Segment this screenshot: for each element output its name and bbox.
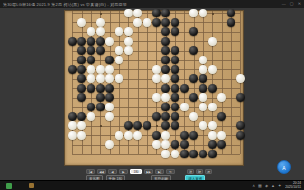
spacer xyxy=(177,171,185,172)
stone-black xyxy=(96,84,105,93)
stone-white xyxy=(124,131,133,140)
stone-black xyxy=(199,74,208,83)
stone-white xyxy=(96,74,105,83)
stone-white xyxy=(115,74,124,83)
stone-white xyxy=(143,18,152,27)
nav-button-r1[interactable]: ▶| xyxy=(155,169,164,174)
star-point xyxy=(156,125,158,127)
tray-icon-2[interactable]: ◈ xyxy=(265,181,268,190)
stone-white xyxy=(115,46,124,55)
stone-white xyxy=(161,150,170,159)
stone-black xyxy=(161,56,170,65)
stone-black xyxy=(171,112,180,121)
stone-white xyxy=(77,131,86,140)
stone-black xyxy=(171,140,180,149)
stone-white xyxy=(217,131,226,140)
stone-black xyxy=(189,27,198,36)
stone-black xyxy=(77,65,86,74)
stone-black xyxy=(171,93,180,102)
stone-black xyxy=(87,46,96,55)
stone-black xyxy=(87,103,96,112)
tray-icon-3[interactable]: ▲ xyxy=(271,181,275,190)
nav-button-r2[interactable]: ↻ xyxy=(166,169,175,174)
stone-black xyxy=(227,18,236,27)
stone-black xyxy=(171,18,180,27)
stone-black xyxy=(161,121,170,130)
stone-white xyxy=(96,18,105,27)
stone-white xyxy=(180,103,189,112)
stone-white xyxy=(133,18,142,27)
stone-white xyxy=(96,65,105,74)
stone-black xyxy=(189,131,198,140)
stone-white xyxy=(124,46,133,55)
stone-white xyxy=(77,18,86,27)
stone-black xyxy=(171,65,180,74)
stone-black xyxy=(227,9,236,18)
stone-white xyxy=(87,112,96,121)
stone-white xyxy=(87,74,96,83)
stone-black xyxy=(161,9,170,18)
system-tray: ∧▦◈▲✦ xyxy=(252,181,281,190)
stone-white xyxy=(87,65,96,74)
tray-icon-4[interactable]: ✦ xyxy=(278,181,281,190)
maximize-button[interactable]: ▢ xyxy=(290,0,294,8)
stone-black xyxy=(68,65,77,74)
stone-white xyxy=(105,37,114,46)
stone-white xyxy=(68,121,77,130)
tray-icon-1[interactable]: ▦ xyxy=(258,181,262,190)
stone-black xyxy=(161,103,170,112)
stone-white xyxy=(105,74,114,83)
stone-black xyxy=(96,46,105,55)
video-area: |◀◀◀◀▶180▶▶▶|↻谱研设 变化图手数 180形势判断进入直播 A xyxy=(0,8,304,180)
stone-white xyxy=(105,65,114,74)
stone-white xyxy=(96,27,105,36)
stone-black xyxy=(161,84,170,93)
nav-button-1[interactable]: ◀◀ xyxy=(97,169,106,174)
stone-black xyxy=(77,74,86,83)
stone-black xyxy=(236,93,245,102)
stone-white xyxy=(208,121,217,130)
stone-black xyxy=(189,93,198,102)
stone-black xyxy=(124,121,133,130)
stone-black xyxy=(143,121,152,130)
stone-black xyxy=(161,65,170,74)
stone-black xyxy=(171,121,180,130)
stone-black xyxy=(189,46,198,55)
stone-black xyxy=(189,74,198,83)
side-button-1[interactable]: 研 xyxy=(196,169,203,174)
stone-black xyxy=(96,37,105,46)
stone-black xyxy=(77,46,86,55)
stone-black xyxy=(199,84,208,93)
stone-black xyxy=(77,37,86,46)
tray-icon-0[interactable]: ∧ xyxy=(252,181,255,190)
stone-white xyxy=(161,131,170,140)
stone-black xyxy=(152,9,161,18)
stone-black xyxy=(171,46,180,55)
stone-white xyxy=(199,103,208,112)
nav-button-2[interactable]: ◀ xyxy=(108,169,117,174)
stone-black xyxy=(208,150,217,159)
titlebar: 第30届LG杯16强 2021.9 第2局 柯洁(黑) vs 申真谞(白) - … xyxy=(0,0,304,8)
stone-black xyxy=(161,112,170,121)
stone-white xyxy=(124,9,133,18)
stone-white xyxy=(208,65,217,74)
stone-white xyxy=(105,103,114,112)
stone-white xyxy=(68,131,77,140)
board-line-h xyxy=(72,60,240,61)
stone-black xyxy=(152,18,161,27)
nav-button-3[interactable]: ▶ xyxy=(119,169,128,174)
stone-white xyxy=(208,37,217,46)
stone-white xyxy=(133,131,142,140)
move-counter: 180 xyxy=(130,169,142,174)
stone-white xyxy=(208,131,217,140)
stone-black xyxy=(171,74,180,83)
stone-black xyxy=(87,84,96,93)
stone-black xyxy=(161,37,170,46)
start-button[interactable] xyxy=(6,183,12,189)
stone-white xyxy=(115,131,124,140)
stone-white xyxy=(152,65,161,74)
stone-white xyxy=(236,74,245,83)
stone-black xyxy=(171,27,180,36)
playback-controls: |◀◀◀◀▶180▶▶▶|↻谱研设 xyxy=(86,169,212,174)
stone-white xyxy=(124,37,133,46)
window-title: 第30届LG杯16强 2021.9 第2局 柯洁(黑) vs 申真谞(白) - … xyxy=(3,2,127,7)
taskbar-app-icon[interactable] xyxy=(29,183,34,188)
stone-white xyxy=(115,27,124,36)
stone-black xyxy=(171,56,180,65)
stone-black xyxy=(96,93,105,102)
stone-white xyxy=(105,140,114,149)
stone-black xyxy=(171,103,180,112)
stone-black xyxy=(77,84,86,93)
stone-black xyxy=(105,93,114,102)
stone-white xyxy=(124,27,133,36)
stone-black xyxy=(96,103,105,112)
taskbar: ∧▦◈▲✦ 20:24 2025/10/11 xyxy=(0,180,304,190)
stone-black xyxy=(77,112,86,121)
stone-black xyxy=(161,27,170,36)
stone-black xyxy=(68,112,77,121)
side-button-2[interactable]: 设 xyxy=(205,169,212,174)
stone-white xyxy=(152,93,161,102)
stone-black xyxy=(68,37,77,46)
stone-black xyxy=(87,37,96,46)
clock-date: 2025/10/11 xyxy=(285,186,301,190)
stone-black xyxy=(180,84,189,93)
spacer xyxy=(128,178,148,179)
stone-white xyxy=(133,9,142,18)
stone-black xyxy=(161,46,170,55)
stone-black xyxy=(199,150,208,159)
star-point xyxy=(100,125,102,127)
stone-white xyxy=(87,27,96,36)
stone-white xyxy=(171,150,180,159)
stone-white xyxy=(161,93,170,102)
stone-white xyxy=(199,65,208,74)
stone-black xyxy=(180,150,189,159)
assistant-float-button[interactable]: A xyxy=(277,160,291,174)
stone-white xyxy=(199,93,208,102)
stone-black xyxy=(152,112,161,121)
stone-black xyxy=(208,84,217,93)
stone-white xyxy=(189,9,198,18)
close-button[interactable]: ✕ xyxy=(298,0,301,8)
stone-black xyxy=(171,84,180,93)
stone-white xyxy=(208,103,217,112)
stone-black xyxy=(180,140,189,149)
nav-button-0[interactable]: |◀ xyxy=(86,169,95,174)
stone-white xyxy=(199,56,208,65)
stone-black xyxy=(105,56,114,65)
stone-black xyxy=(133,121,142,130)
minimize-button[interactable]: — xyxy=(282,0,286,8)
side-button-0[interactable]: 谱 xyxy=(187,169,194,174)
stone-black xyxy=(236,121,245,130)
window-controls: — ▢ ✕ xyxy=(282,0,301,8)
star-point xyxy=(100,13,102,15)
stone-white xyxy=(189,112,198,121)
stone-white xyxy=(161,74,170,83)
stone-white xyxy=(199,9,208,18)
stone-white xyxy=(105,112,114,121)
spacer xyxy=(174,178,182,179)
stone-black xyxy=(217,140,226,149)
stone-white xyxy=(161,140,170,149)
stone-white xyxy=(77,121,86,130)
stone-black xyxy=(87,56,96,65)
stone-black xyxy=(152,131,161,140)
stone-black xyxy=(180,131,189,140)
stone-black xyxy=(77,93,86,102)
stone-black xyxy=(236,131,245,140)
nav-button-r0[interactable]: ▶▶ xyxy=(144,169,153,174)
app-window: 第30届LG杯16强 2021.9 第2局 柯洁(黑) vs 申真谞(白) - … xyxy=(0,0,304,190)
taskbar-clock[interactable]: 20:24 2025/10/11 xyxy=(285,182,301,189)
stone-white xyxy=(152,140,161,149)
stone-black xyxy=(77,56,86,65)
star-point xyxy=(212,13,214,15)
stone-white xyxy=(199,121,208,130)
stone-black xyxy=(208,140,217,149)
go-board[interactable] xyxy=(64,10,244,166)
stone-black xyxy=(189,150,198,159)
stone-black xyxy=(161,18,170,27)
stone-black xyxy=(217,112,226,121)
stone-white xyxy=(217,93,226,102)
stone-black xyxy=(105,84,114,93)
stone-white xyxy=(115,56,124,65)
stone-white xyxy=(152,74,161,83)
